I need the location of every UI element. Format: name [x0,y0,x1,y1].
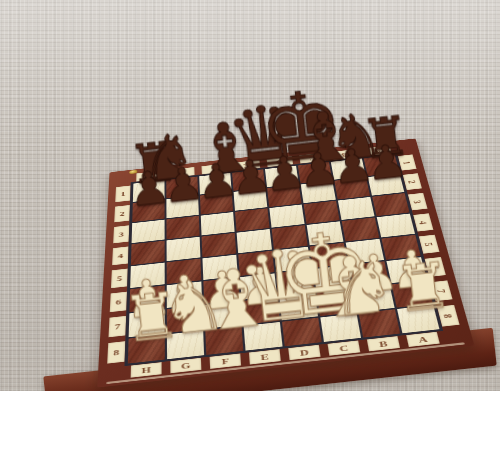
rank-label-left-1: 1 [115,185,130,202]
board-perspective-scene: HGFEDCBA HGFEDCBA 12345678 12345678 ♜♞♝♛… [85,62,460,391]
coordinate-label: 1 [402,160,413,164]
coordinate-label: 4 [417,220,429,224]
file-label-e: E [249,349,281,364]
rank-label-left-6: 6 [110,292,127,313]
coordinate-label: 4 [118,252,124,259]
square-b8 [358,308,402,338]
coordinate-label: 1 [120,191,125,197]
square-d8 [281,317,323,347]
coordinate-label: 6 [429,264,441,269]
square-e8 [243,321,284,351]
coordinate-label: A [374,148,383,154]
square-g7 [166,305,204,334]
rank-labels-left: 12345678 [106,183,132,366]
board-tilt-wrapper: HGFEDCBA HGFEDCBA 12345678 12345678 ♜♞♝♛… [85,62,460,391]
rank-label-right-2: 2 [403,173,422,190]
square-b3 [337,196,376,220]
coordinate-label: 3 [119,231,125,238]
rank-label-left-8: 8 [107,341,125,363]
coordinate-label: H [145,173,153,180]
coordinate-label: D [276,158,284,164]
coordinate-label: F [221,357,229,366]
coordinate-label: 6 [115,298,121,306]
coordinate-label: C [308,155,316,161]
coordinate-label: G [181,361,191,370]
coordinate-label: B [341,151,349,157]
coordinate-label: H [141,365,151,374]
coordinate-label: C [339,343,349,352]
square-f3 [200,211,236,236]
coordinate-label: 8 [113,348,119,357]
coordinate-label: G [178,169,186,176]
chess-board: HGFEDCBA HGFEDCBA 12345678 12345678 ♜♞♝♛… [97,138,474,387]
coordinate-label: A [418,335,429,344]
coordinate-label: D [299,348,309,357]
file-label-f: F [210,353,241,368]
coordinate-label: E [260,352,269,361]
square-a8 [396,304,441,334]
rank-label-right-4: 4 [413,213,433,231]
rank-label-right-3: 3 [408,193,428,211]
coordinate-label: 8 [442,313,455,318]
coordinate-label: E [244,162,251,168]
square-f8 [204,325,244,355]
square-c8 [319,313,362,343]
file-label-a: A [406,332,440,347]
rank-label-left-7: 7 [109,316,127,337]
rank-label-right-1: 1 [398,154,417,170]
coordinate-label: B [379,339,389,348]
square-d3 [268,204,305,229]
rank-label-left-2: 2 [114,205,130,222]
rank-label-left-4: 4 [112,246,128,265]
file-label-b: B [367,336,400,351]
rank-label-left-5: 5 [111,269,128,289]
coordinate-label: 7 [435,288,448,293]
square-g8 [166,330,205,361]
coordinate-label: 5 [117,274,123,282]
square-g3 [166,215,201,240]
file-label-g: G [170,358,201,374]
square-h3 [131,219,166,244]
square-c3 [303,200,341,224]
rank-label-right-7: 7 [431,280,453,301]
file-label-h: H [131,362,162,378]
file-label-c: C [328,340,361,355]
coordinate-label: 3 [412,199,423,203]
rank-label-left-3: 3 [113,225,129,243]
coordinate-label: 2 [119,210,124,217]
fabric-background: HGFEDCBA HGFEDCBA 12345678 12345678 ♜♞♝♛… [0,0,500,391]
file-label-d: D [288,345,320,360]
coordinate-label: 5 [423,242,435,247]
coordinate-label: 7 [114,322,120,330]
coordinate-label: F [211,166,217,172]
square-h8 [127,334,166,365]
rank-label-right-5: 5 [419,235,440,254]
coordinate-label: 2 [407,179,418,183]
rank-label-right-8: 8 [437,305,460,327]
rank-label-right-6: 6 [425,257,446,277]
play-grid [127,154,441,364]
